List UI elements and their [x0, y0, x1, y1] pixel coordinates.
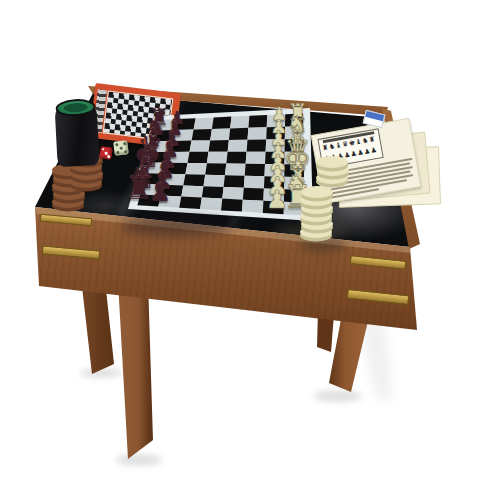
board-square[interactable]	[181, 185, 203, 197]
board-square[interactable]	[207, 152, 228, 164]
board-square[interactable]	[183, 174, 205, 186]
board-square[interactable]	[229, 128, 249, 140]
board-square[interactable]	[245, 164, 265, 177]
board-square[interactable]	[230, 116, 249, 129]
board-square[interactable]	[204, 175, 225, 187]
board-square[interactable]	[190, 140, 211, 151]
board-square[interactable]	[221, 199, 243, 212]
board-square[interactable]	[212, 117, 232, 129]
board-square[interactable]	[228, 140, 248, 152]
games-table-photo: ♜♟♟♜♞♟♟♞♝♟♟♝♛♟♟♛♚♟♟♚♝♟♟♝♞♟♟♞♜♟♟♜ ♜♞♝♛♚♝♞…	[0, 0, 500, 500]
board-square[interactable]	[242, 200, 264, 213]
chess-piece-bP[interactable]: ♟	[149, 180, 171, 205]
board-square[interactable]	[200, 198, 222, 211]
board-square[interactable]	[248, 115, 267, 128]
board-square[interactable]	[194, 117, 214, 129]
chessboard[interactable]	[0, 0, 500, 500]
board-square[interactable]	[209, 140, 229, 152]
board-square[interactable]	[243, 188, 264, 201]
board-square[interactable]	[248, 127, 267, 140]
board-square[interactable]	[205, 163, 226, 175]
board-square[interactable]	[247, 140, 267, 152]
board-square[interactable]	[188, 152, 209, 164]
board-square[interactable]	[226, 152, 246, 164]
board-square[interactable]	[224, 175, 245, 188]
board-square[interactable]	[192, 129, 212, 141]
board-square[interactable]	[244, 176, 265, 189]
draughts-stack-cream[interactable]	[316, 148, 352, 188]
board-square[interactable]	[185, 163, 207, 175]
board-square[interactable]	[179, 197, 202, 210]
board-square[interactable]	[222, 187, 244, 200]
board-square[interactable]	[210, 128, 230, 140]
board-square[interactable]	[246, 152, 266, 164]
draughts-disc[interactable]	[316, 156, 348, 168]
board-square[interactable]	[202, 186, 224, 198]
board-square[interactable]	[225, 164, 246, 176]
